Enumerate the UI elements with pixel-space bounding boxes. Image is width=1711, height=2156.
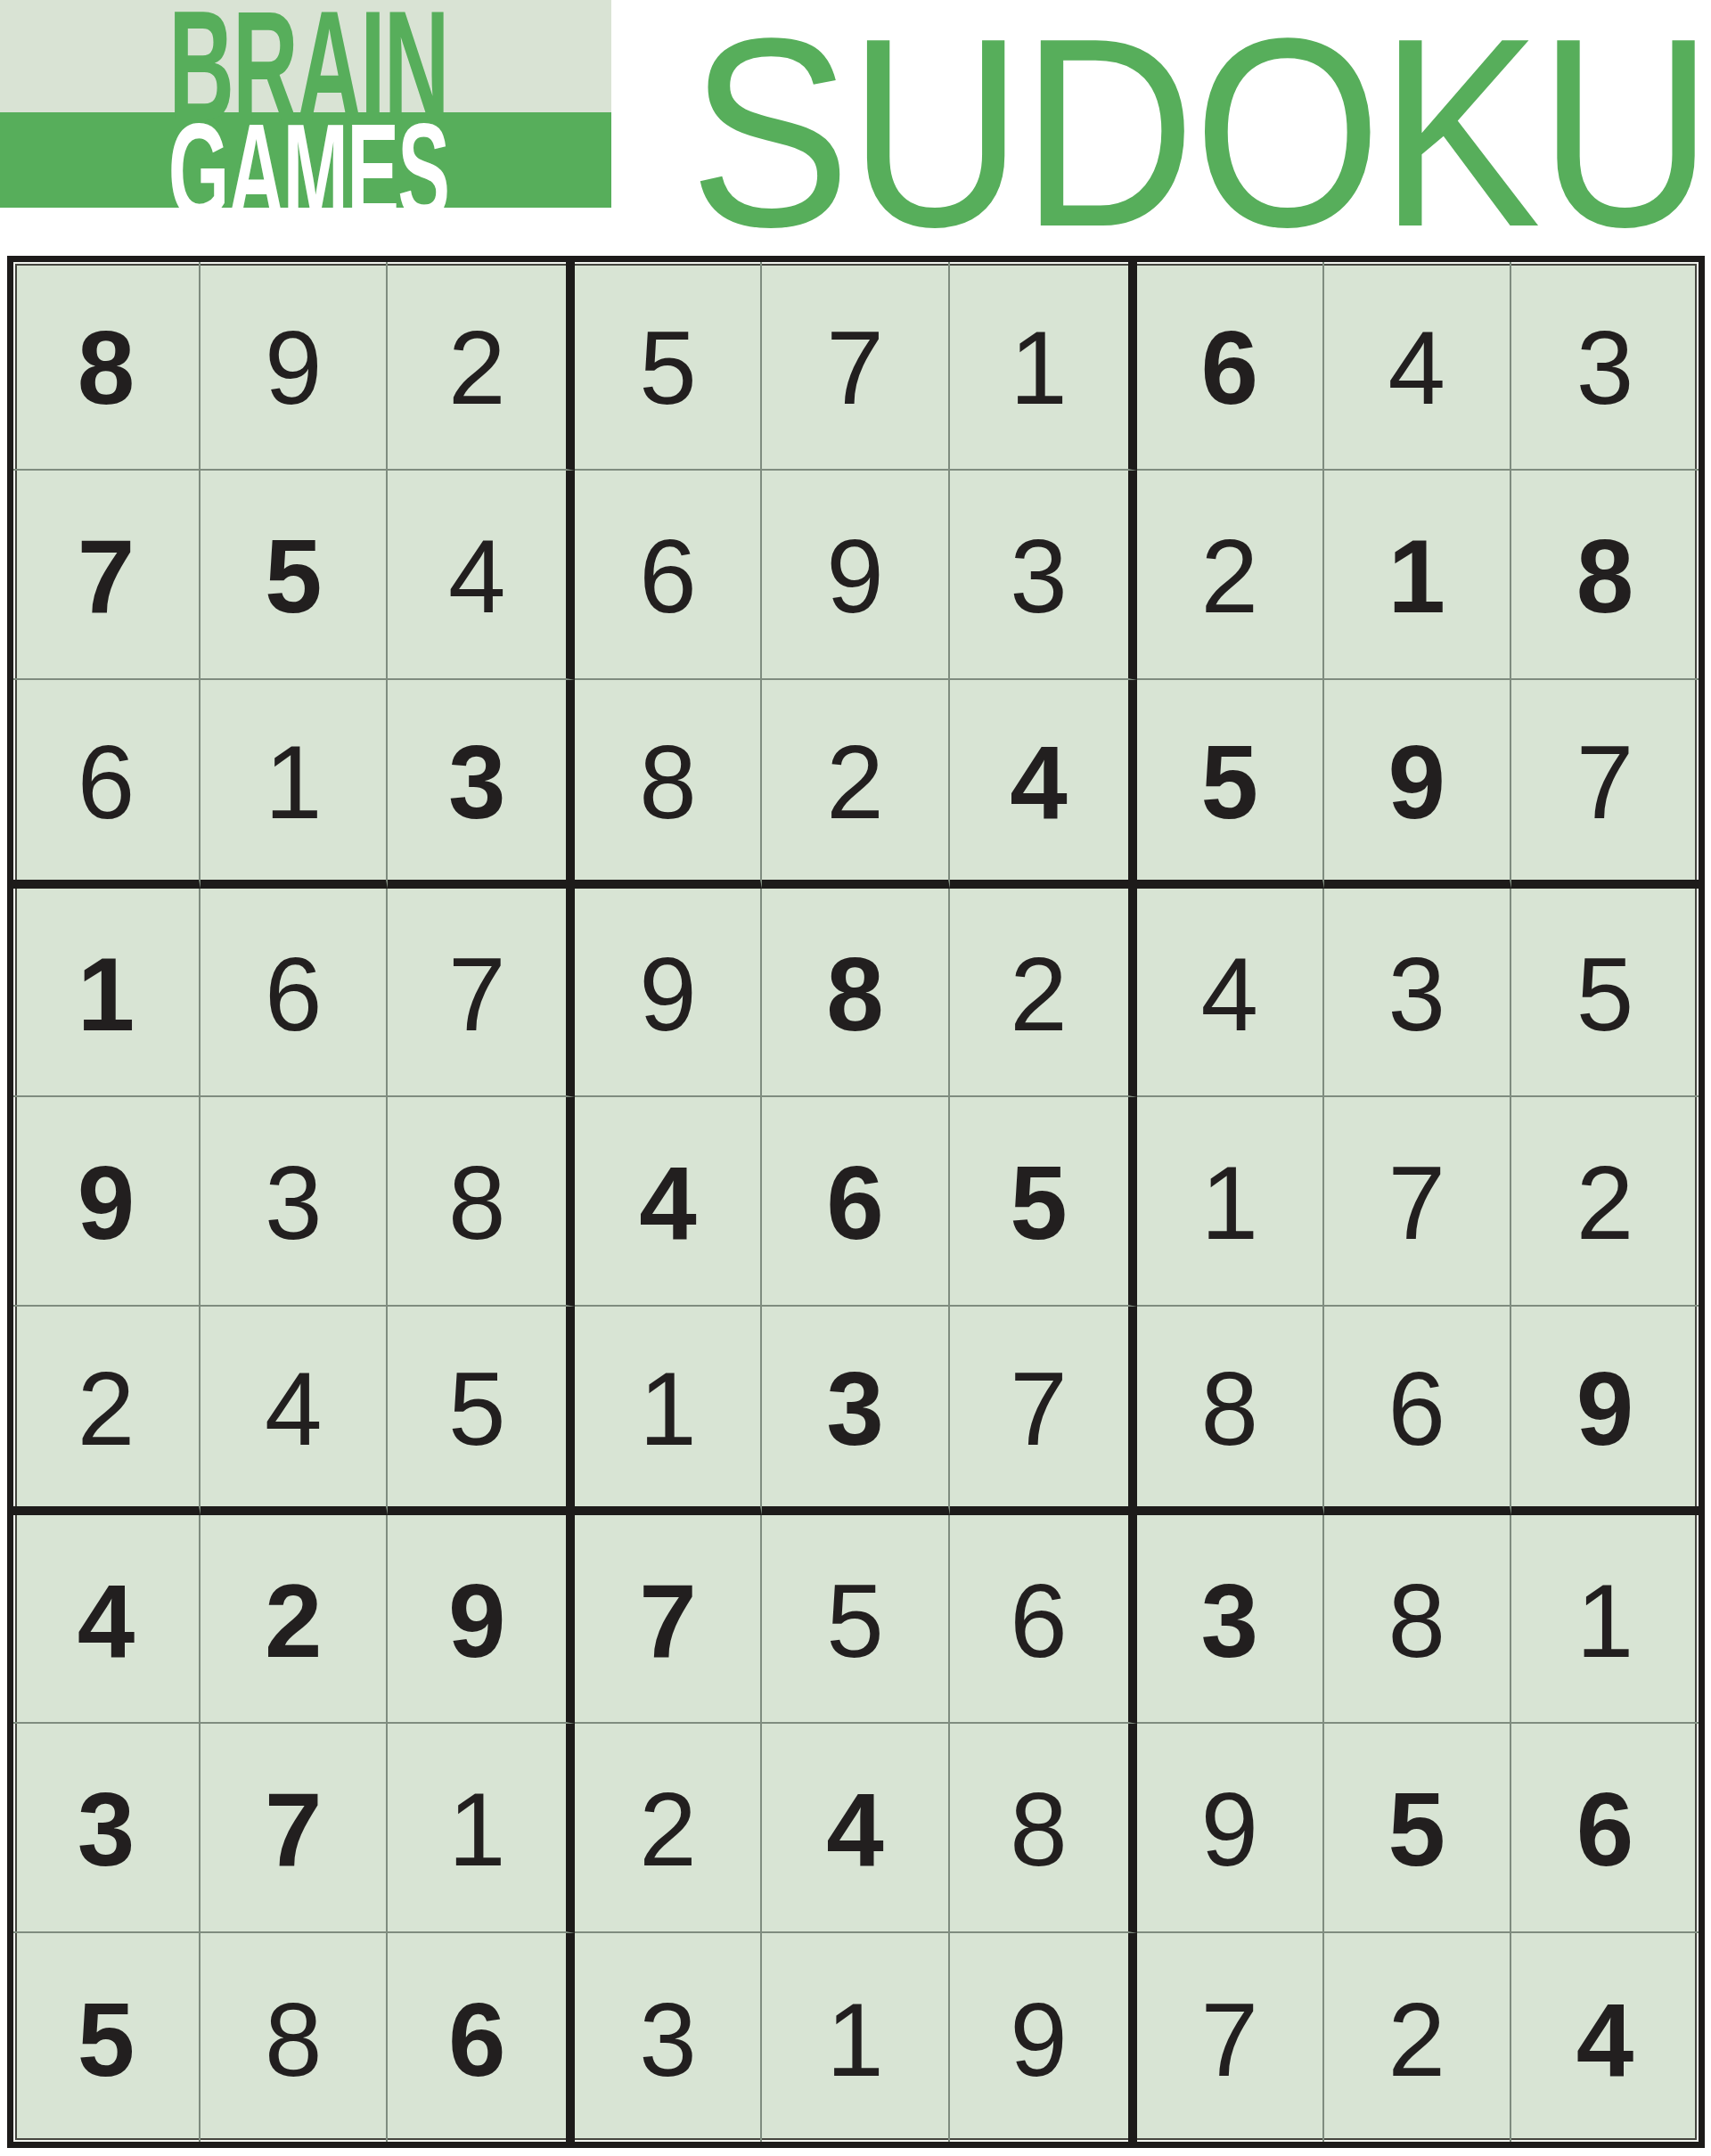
- sudoku-cell: 9: [762, 471, 949, 679]
- sudoku-cell: 9: [388, 1515, 575, 1724]
- sudoku-board: 8925716437546932186138245971679824359384…: [7, 256, 1705, 2148]
- sudoku-cell: 5: [1137, 680, 1324, 889]
- sudoku-cell: 1: [575, 1307, 762, 1515]
- sudoku-cell: 3: [762, 1307, 949, 1515]
- sudoku-cell: 2: [1511, 1097, 1699, 1306]
- sudoku-cell: 9: [13, 1097, 201, 1306]
- sudoku-cell: 8: [13, 262, 201, 471]
- sudoku-cell: 3: [950, 471, 1137, 679]
- sudoku-cell: 4: [388, 471, 575, 679]
- logo-games-text: GAMES: [168, 103, 448, 239]
- sudoku-cell: 1: [1324, 471, 1511, 679]
- sudoku-cell: 3: [575, 1933, 762, 2142]
- page: BRAIN GAMES SUDOKU 892571643754693218613…: [0, 0, 1711, 2156]
- sudoku-cell: 8: [1511, 471, 1699, 679]
- sudoku-cell: 3: [13, 1724, 201, 1932]
- sudoku-cell: 7: [1511, 680, 1699, 889]
- sudoku-cell: 9: [950, 1933, 1137, 2142]
- sudoku-cell: 5: [575, 262, 762, 471]
- sudoku-cell: 2: [575, 1724, 762, 1932]
- sudoku-cell: 4: [13, 1515, 201, 1724]
- sudoku-cell: 3: [201, 1097, 388, 1306]
- sudoku-cell: 4: [201, 1307, 388, 1515]
- sudoku-cell: 6: [201, 889, 388, 1097]
- sudoku-cell: 3: [1324, 889, 1511, 1097]
- sudoku-cell: 2: [13, 1307, 201, 1515]
- page-title-text: SUDOKU: [689, 0, 1711, 267]
- sudoku-cell: 9: [1511, 1307, 1699, 1515]
- sudoku-cell: 5: [201, 471, 388, 679]
- sudoku-cell: 8: [575, 680, 762, 889]
- sudoku-cell: 4: [950, 680, 1137, 889]
- sudoku-cell: 8: [1137, 1307, 1324, 1515]
- sudoku-cell: 3: [1137, 1515, 1324, 1724]
- sudoku-cell: 2: [1324, 1933, 1511, 2142]
- sudoku-cell: 5: [1324, 1724, 1511, 1932]
- sudoku-cell: 1: [388, 1724, 575, 1932]
- sudoku-cell: 7: [1324, 1097, 1511, 1306]
- sudoku-cell: 4: [1511, 1933, 1699, 2142]
- sudoku-cell: 2: [762, 680, 949, 889]
- sudoku-cell: 4: [575, 1097, 762, 1306]
- logo-word-games: GAMES: [86, 0, 531, 239]
- sudoku-cell: 5: [762, 1515, 949, 1724]
- sudoku-cell: 8: [950, 1724, 1137, 1932]
- sudoku-cell: 6: [575, 471, 762, 679]
- sudoku-cell: 3: [388, 680, 575, 889]
- sudoku-cell: 4: [1324, 262, 1511, 471]
- sudoku-cell: 9: [201, 262, 388, 471]
- sudoku-cell: 6: [1137, 262, 1324, 471]
- sudoku-cell: 6: [388, 1933, 575, 2142]
- sudoku-cell: 6: [950, 1515, 1137, 1724]
- sudoku-cell: 6: [1511, 1724, 1699, 1932]
- sudoku-cell: 2: [201, 1515, 388, 1724]
- sudoku-cell: 1: [13, 889, 201, 1097]
- sudoku-cell: 9: [1137, 1724, 1324, 1932]
- sudoku-cell: 2: [388, 262, 575, 471]
- sudoku-cell: 1: [1511, 1515, 1699, 1724]
- sudoku-cell: 1: [762, 1933, 949, 2142]
- sudoku-cell: 8: [762, 889, 949, 1097]
- sudoku-cell: 7: [388, 889, 575, 1097]
- sudoku-cell: 9: [575, 889, 762, 1097]
- sudoku-cell: 7: [950, 1307, 1137, 1515]
- sudoku-cell: 6: [1324, 1307, 1511, 1515]
- sudoku-cell: 1: [1137, 1097, 1324, 1306]
- sudoku-cell: 9: [1324, 680, 1511, 889]
- sudoku-cell: 2: [950, 889, 1137, 1097]
- sudoku-cell: 5: [1511, 889, 1699, 1097]
- sudoku-cell: 1: [201, 680, 388, 889]
- sudoku-cell: 8: [388, 1097, 575, 1306]
- sudoku-cell: 6: [762, 1097, 949, 1306]
- sudoku-cell: 5: [950, 1097, 1137, 1306]
- sudoku-cell: 7: [762, 262, 949, 471]
- sudoku-cell: 2: [1137, 471, 1324, 679]
- sudoku-cell: 7: [13, 471, 201, 679]
- sudoku-cell: 1: [950, 262, 1137, 471]
- sudoku-cell: 7: [1137, 1933, 1324, 2142]
- sudoku-cell: 3: [1511, 262, 1699, 471]
- sudoku-cell: 5: [388, 1307, 575, 1515]
- sudoku-cell: 7: [201, 1724, 388, 1932]
- sudoku-cell: 6: [13, 680, 201, 889]
- page-title: SUDOKU: [576, 0, 1711, 267]
- sudoku-cell: 4: [1137, 889, 1324, 1097]
- sudoku-cell: 8: [201, 1933, 388, 2142]
- sudoku-cell: 5: [13, 1933, 201, 2142]
- sudoku-cell: 8: [1324, 1515, 1511, 1724]
- sudoku-cell: 4: [762, 1724, 949, 1932]
- sudoku-cell: 7: [575, 1515, 762, 1724]
